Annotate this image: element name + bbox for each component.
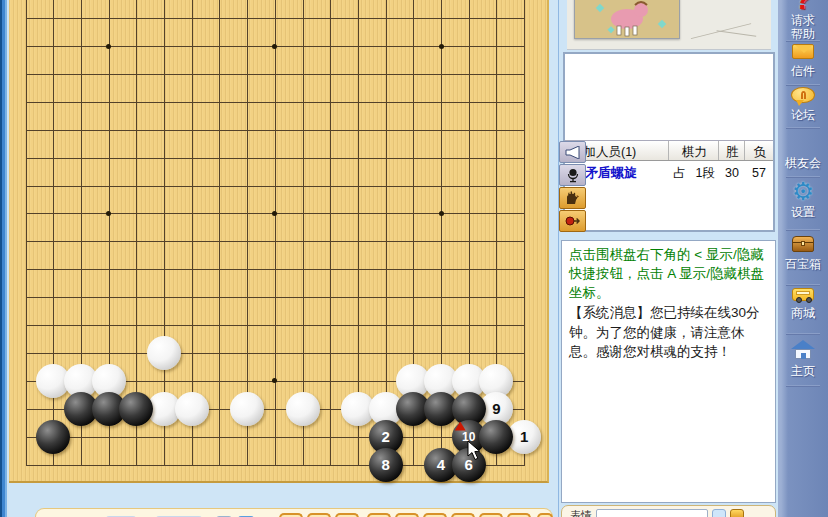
toolbar-item-home[interactable]: 主页 [778,340,828,379]
grid-vline [330,0,331,465]
mail-icon [792,44,814,59]
grid-vline [524,0,525,465]
grid-hline [26,18,526,19]
white-stone [147,336,181,370]
grid-hline [26,437,526,438]
toolbar-label: 信件 [778,65,828,79]
stone-arrow-icon [565,215,580,227]
toolbar-divider [786,40,820,42]
white-stone [286,392,320,426]
move-number: 4 [437,457,445,472]
right-panel: 参加人员(1) 棋力 胜 负 矛盾螺旋 占 1段 30 57 [558,0,778,517]
column-header-wins[interactable]: 胜 [719,141,745,160]
participant-list-header: 参加人员(1) 棋力 胜 负 [565,140,773,161]
toolbar-item-treasure[interactable]: 百宝箱 [778,236,828,272]
grid-hline [26,74,526,75]
treasure-chest-icon [792,236,814,252]
player-seat-mark: 占 [673,165,686,182]
grid-hline [26,186,526,187]
game-control-button[interactable] [479,513,503,517]
white-stone [230,392,264,426]
player-losses: 57 [745,166,773,180]
emoticon-button[interactable] [712,509,726,517]
grid-hline [26,102,526,103]
participant-list: 参加人员(1) 棋力 胜 负 矛盾螺旋 占 1段 30 57 [563,52,775,232]
toolbar-label: 百宝箱 [778,258,828,272]
game-control-button[interactable] [423,513,447,517]
toolbar-divider [786,127,820,129]
star-point [106,44,111,49]
star-point [439,211,444,216]
toolbar-label: 设置 [778,206,828,220]
game-control-button[interactable] [507,513,531,517]
toolbar-divider [786,284,820,286]
column-header-rank[interactable]: 棋力 [669,141,719,160]
toolbar-divider [786,84,820,86]
game-control-button[interactable] [307,513,331,517]
game-control-button[interactable] [335,513,359,517]
chat-input-row: 表情 [561,505,776,517]
toolbar-item-club[interactable]: 棋友会 [778,129,828,171]
send-item-button[interactable] [730,509,744,517]
player-rank: 1段 [696,165,715,182]
star-point [272,44,277,49]
grid-vline [219,0,220,465]
toolbar-divider [786,229,820,231]
microphone-icon [567,168,579,183]
star-point [439,44,444,49]
game-control-button[interactable] [395,513,419,517]
system-online-message: 【系统消息】您已持续在线30分钟。为了您的健康，请注意休息。感谢您对棋魂的支持！ [569,303,768,360]
black-stone [479,420,513,454]
toolbar-label: 请求帮助 [788,14,818,42]
game-control-button[interactable] [451,513,475,517]
mall-cart-icon [792,288,814,301]
grid-hline [26,353,526,354]
black-stone-move-6: 6 [452,448,486,482]
grid-vline [26,0,27,465]
board-bottom-toolbar [35,508,553,517]
grid-hline [26,297,526,298]
grid-hline [26,325,526,326]
avatar-picture [574,0,680,39]
game-control-button[interactable] [367,513,391,517]
toolbar-divider [786,385,820,387]
toolbar-item-forum[interactable]: 论坛 [778,87,828,123]
settings-gear-icon: ⚙ [792,179,814,204]
white-stone [175,392,209,426]
forum-bubble-icon [791,87,815,103]
decorative-art-area [567,0,771,50]
request-seat-button[interactable] [559,187,586,209]
toolbar-item-help[interactable]: ?请求帮助 [778,0,828,42]
move-number: 9 [492,401,500,416]
go-friends-icon [790,129,816,151]
chat-text-input[interactable] [596,509,708,517]
move-number: 6 [465,457,473,472]
system-tip-message: 点击围棋盘右下角的 < 显示/隐藏快捷按钮，点击 A 显示/隐藏棋盘坐标。 [569,245,768,302]
voice-button[interactable] [559,164,586,186]
side-toolbar: ?请求帮助信件论坛棋友会⚙设置百宝箱商城主页 [778,0,828,517]
hand-icon [565,191,580,205]
black-stone [36,420,70,454]
home-icon [791,340,815,359]
black-stone-move-8: 8 [369,448,403,482]
go-board[interactable]: 91210846 [9,0,549,483]
toolbar-divider [786,176,820,178]
participant-row[interactable]: 矛盾螺旋 占 1段 30 57 [565,162,773,184]
window-left-edge [0,0,9,517]
leave-seat-button[interactable] [559,210,586,232]
sketch-stroke [716,21,757,36]
grid-hline [26,241,526,242]
toolbar-item-mail[interactable]: 信件 [778,44,828,79]
toolbar-label: 商城 [778,307,828,321]
move-number: 2 [381,429,389,444]
toolbar-label: 主页 [778,365,828,379]
speaker-icon [565,146,581,159]
toolbar-item-settings[interactable]: ⚙设置 [778,179,828,220]
black-stone [119,392,153,426]
toolbar-label: 论坛 [778,109,828,123]
help-question-icon: ? [794,0,812,14]
move-number: 1 [520,429,528,444]
game-control-button[interactable] [537,513,553,517]
toolbar-label: 棋友会 [778,157,828,171]
grid-hline [26,158,526,159]
column-header-losses[interactable]: 负 [745,141,773,160]
player-name: 矛盾螺旋 [585,164,637,182]
toolbar-item-mall[interactable]: 商城 [778,287,828,321]
grid-hline [26,130,526,131]
go-client-window: 91210846 [0,0,828,517]
player-wins: 30 [719,166,745,180]
grid-vline [275,0,276,465]
game-control-button[interactable] [279,513,303,517]
sound-button[interactable] [559,141,586,163]
move-number: 8 [381,457,389,472]
grid-hline [26,269,526,270]
move-number: 10 [462,431,475,443]
emoji-dropdown[interactable]: 表情 [570,509,592,517]
chat-message-area[interactable]: 点击围棋盘右下角的 < 显示/隐藏快捷按钮，点击 A 显示/隐藏棋盘坐标。 【系… [561,240,776,503]
toolbar-divider [786,333,820,335]
star-point [106,211,111,216]
